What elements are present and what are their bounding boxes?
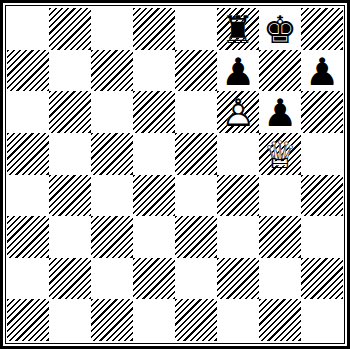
white-pawn[interactable]: ♙: [217, 92, 259, 134]
square-h7[interactable]: ♟♟: [301, 50, 343, 92]
square-d6[interactable]: [133, 91, 175, 133]
chessboard-frame: ♜♜♚♚♟♟♟♟♟♙♟♟♛♕: [0, 0, 350, 349]
black-king[interactable]: ♚: [259, 9, 301, 51]
square-a6[interactable]: [7, 91, 49, 133]
square-e4[interactable]: [175, 175, 217, 217]
square-g3[interactable]: [259, 216, 301, 258]
chessboard: ♜♜♚♚♟♟♟♟♟♙♟♟♛♕: [7, 8, 343, 341]
white-queen[interactable]: ♕: [259, 133, 301, 175]
square-g1[interactable]: [259, 299, 301, 341]
square-g8[interactable]: ♚♚: [259, 8, 301, 50]
square-e8[interactable]: [175, 8, 217, 50]
square-a3[interactable]: [7, 216, 49, 258]
square-h8[interactable]: [301, 8, 343, 50]
square-a2[interactable]: [7, 258, 49, 300]
square-f5[interactable]: [217, 133, 259, 175]
square-g2[interactable]: [259, 258, 301, 300]
square-b8[interactable]: [49, 8, 91, 50]
square-h2[interactable]: [301, 258, 343, 300]
square-c2[interactable]: [91, 258, 133, 300]
square-c6[interactable]: [91, 91, 133, 133]
square-d1[interactable]: [133, 299, 175, 341]
square-d8[interactable]: [133, 8, 175, 50]
square-h6[interactable]: [301, 91, 343, 133]
square-e5[interactable]: [175, 133, 217, 175]
square-c5[interactable]: [91, 133, 133, 175]
square-c1[interactable]: [91, 299, 133, 341]
square-g6[interactable]: ♟♟: [259, 91, 301, 133]
square-f2[interactable]: [217, 258, 259, 300]
square-a8[interactable]: [7, 8, 49, 50]
square-c4[interactable]: [91, 175, 133, 217]
square-e1[interactable]: [175, 299, 217, 341]
square-d5[interactable]: [133, 133, 175, 175]
black-pawn[interactable]: ♟: [301, 50, 343, 92]
square-c3[interactable]: [91, 216, 133, 258]
square-e6[interactable]: [175, 91, 217, 133]
square-c7[interactable]: [91, 50, 133, 92]
square-b6[interactable]: [49, 91, 91, 133]
square-g4[interactable]: [259, 175, 301, 217]
square-a1[interactable]: [7, 299, 49, 341]
square-f7[interactable]: ♟♟: [217, 50, 259, 92]
black-rook[interactable]: ♜: [217, 9, 259, 51]
square-b1[interactable]: [49, 299, 91, 341]
black-pawn[interactable]: ♟: [259, 92, 301, 134]
square-d2[interactable]: [133, 258, 175, 300]
square-h3[interactable]: [301, 216, 343, 258]
square-d7[interactable]: [133, 50, 175, 92]
square-h5[interactable]: [301, 133, 343, 175]
square-b7[interactable]: [49, 50, 91, 92]
square-g7[interactable]: [259, 50, 301, 92]
square-e7[interactable]: [175, 50, 217, 92]
square-f1[interactable]: [217, 299, 259, 341]
chessboard-inner-border: ♜♜♚♚♟♟♟♟♟♙♟♟♛♕: [5, 5, 345, 344]
square-d4[interactable]: [133, 175, 175, 217]
square-f8[interactable]: ♜♜: [217, 8, 259, 50]
square-a4[interactable]: [7, 175, 49, 217]
square-c8[interactable]: [91, 8, 133, 50]
square-b2[interactable]: [49, 258, 91, 300]
square-a5[interactable]: [7, 133, 49, 175]
square-a7[interactable]: [7, 50, 49, 92]
square-f6[interactable]: ♟♙: [217, 91, 259, 133]
square-f4[interactable]: [217, 175, 259, 217]
square-e3[interactable]: [175, 216, 217, 258]
square-b3[interactable]: [49, 216, 91, 258]
black-pawn[interactable]: ♟: [217, 50, 259, 92]
square-e2[interactable]: [175, 258, 217, 300]
square-b5[interactable]: [49, 133, 91, 175]
square-h4[interactable]: [301, 175, 343, 217]
square-f3[interactable]: [217, 216, 259, 258]
square-d3[interactable]: [133, 216, 175, 258]
square-h1[interactable]: [301, 299, 343, 341]
square-b4[interactable]: [49, 175, 91, 217]
square-g5[interactable]: ♛♕: [259, 133, 301, 175]
